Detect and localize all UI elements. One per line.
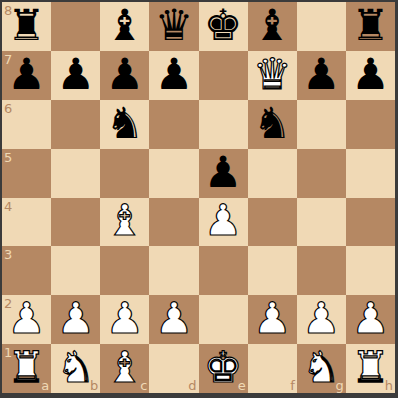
black-knight-icon[interactable]: ♞ bbox=[106, 102, 145, 145]
board-grid: 8♜♝♛♚♝♜7♟♟♟♟♛♟♟6♞♞5♟4♝♟32♟♟♟♟♟♟♟1a♜b♞c♝d… bbox=[2, 2, 395, 393]
square-d4[interactable] bbox=[149, 198, 198, 247]
square-d7[interactable]: ♟ bbox=[149, 51, 198, 100]
square-b8[interactable] bbox=[51, 2, 100, 51]
square-b4[interactable] bbox=[51, 198, 100, 247]
black-rook-icon[interactable]: ♜ bbox=[351, 4, 390, 47]
white-pawn-icon[interactable]: ♟ bbox=[56, 297, 95, 340]
black-king-icon[interactable]: ♚ bbox=[204, 4, 243, 47]
black-bishop-icon[interactable]: ♝ bbox=[253, 4, 292, 47]
square-e4[interactable]: ♟ bbox=[199, 198, 248, 247]
square-h6[interactable] bbox=[346, 100, 395, 149]
square-h8[interactable]: ♜ bbox=[346, 2, 395, 51]
square-g5[interactable] bbox=[297, 149, 346, 198]
white-pawn-icon[interactable]: ♟ bbox=[253, 297, 292, 340]
square-b3[interactable] bbox=[51, 246, 100, 295]
square-b6[interactable] bbox=[51, 100, 100, 149]
square-d5[interactable] bbox=[149, 149, 198, 198]
black-pawn-icon[interactable]: ♟ bbox=[155, 53, 194, 96]
square-e3[interactable] bbox=[199, 246, 248, 295]
black-pawn-icon[interactable]: ♟ bbox=[204, 151, 243, 194]
rank-label-2: 2 bbox=[4, 297, 12, 310]
white-pawn-icon[interactable]: ♟ bbox=[302, 297, 341, 340]
rank-label-3: 3 bbox=[4, 248, 12, 261]
black-queen-icon[interactable]: ♛ bbox=[155, 4, 194, 47]
square-b1[interactable]: b♞ bbox=[51, 344, 100, 393]
square-a5[interactable]: 5 bbox=[2, 149, 51, 198]
rank-label-1: 1 bbox=[4, 346, 12, 359]
square-c5[interactable] bbox=[100, 149, 149, 198]
black-pawn-icon[interactable]: ♟ bbox=[106, 53, 145, 96]
square-g1[interactable]: g♞ bbox=[297, 344, 346, 393]
square-h1[interactable]: h♜ bbox=[346, 344, 395, 393]
file-label-f: f bbox=[290, 379, 295, 392]
file-label-b: b bbox=[90, 379, 98, 392]
white-rook-icon[interactable]: ♜ bbox=[7, 346, 46, 389]
square-f1[interactable]: f bbox=[248, 344, 297, 393]
square-g2[interactable]: ♟ bbox=[297, 295, 346, 344]
black-pawn-icon[interactable]: ♟ bbox=[351, 53, 390, 96]
square-b2[interactable]: ♟ bbox=[51, 295, 100, 344]
chess-board: 8♜♝♛♚♝♜7♟♟♟♟♛♟♟6♞♞5♟4♝♟32♟♟♟♟♟♟♟1a♜b♞c♝d… bbox=[0, 0, 398, 398]
square-c2[interactable]: ♟ bbox=[100, 295, 149, 344]
file-label-h: h bbox=[385, 379, 393, 392]
square-g6[interactable] bbox=[297, 100, 346, 149]
square-e1[interactable]: e♚ bbox=[199, 344, 248, 393]
square-h7[interactable]: ♟ bbox=[346, 51, 395, 100]
square-a3[interactable]: 3 bbox=[2, 246, 51, 295]
square-f6[interactable]: ♞ bbox=[248, 100, 297, 149]
square-a4[interactable]: 4 bbox=[2, 198, 51, 247]
white-bishop-icon[interactable]: ♝ bbox=[106, 346, 145, 389]
square-a8[interactable]: 8♜ bbox=[2, 2, 51, 51]
white-pawn-icon[interactable]: ♟ bbox=[204, 199, 243, 242]
square-c8[interactable]: ♝ bbox=[100, 2, 149, 51]
file-label-e: e bbox=[238, 379, 246, 392]
square-d2[interactable]: ♟ bbox=[149, 295, 198, 344]
square-c6[interactable]: ♞ bbox=[100, 100, 149, 149]
white-king-icon[interactable]: ♚ bbox=[204, 346, 243, 389]
square-c3[interactable] bbox=[100, 246, 149, 295]
square-c4[interactable]: ♝ bbox=[100, 198, 149, 247]
square-a2[interactable]: 2♟ bbox=[2, 295, 51, 344]
square-e8[interactable]: ♚ bbox=[199, 2, 248, 51]
black-bishop-icon[interactable]: ♝ bbox=[106, 4, 145, 47]
white-pawn-icon[interactable]: ♟ bbox=[155, 297, 194, 340]
white-bishop-icon[interactable]: ♝ bbox=[106, 199, 145, 242]
square-g3[interactable] bbox=[297, 246, 346, 295]
square-f8[interactable]: ♝ bbox=[248, 2, 297, 51]
white-queen-icon[interactable]: ♛ bbox=[253, 53, 292, 96]
white-pawn-icon[interactable]: ♟ bbox=[106, 297, 145, 340]
square-d3[interactable] bbox=[149, 246, 198, 295]
square-a6[interactable]: 6 bbox=[2, 100, 51, 149]
square-e6[interactable] bbox=[199, 100, 248, 149]
square-a1[interactable]: 1a♜ bbox=[2, 344, 51, 393]
black-pawn-icon[interactable]: ♟ bbox=[7, 53, 46, 96]
square-d6[interactable] bbox=[149, 100, 198, 149]
square-f3[interactable] bbox=[248, 246, 297, 295]
square-g4[interactable] bbox=[297, 198, 346, 247]
square-d8[interactable]: ♛ bbox=[149, 2, 198, 51]
square-h3[interactable] bbox=[346, 246, 395, 295]
black-knight-icon[interactable]: ♞ bbox=[253, 102, 292, 145]
rank-label-5: 5 bbox=[4, 151, 12, 164]
square-a7[interactable]: 7♟ bbox=[2, 51, 51, 100]
rank-label-8: 8 bbox=[4, 4, 12, 17]
file-label-a: a bbox=[41, 379, 49, 392]
square-e2[interactable] bbox=[199, 295, 248, 344]
black-pawn-icon[interactable]: ♟ bbox=[302, 53, 341, 96]
white-pawn-icon[interactable]: ♟ bbox=[7, 297, 46, 340]
square-f5[interactable] bbox=[248, 149, 297, 198]
square-b7[interactable]: ♟ bbox=[51, 51, 100, 100]
square-g7[interactable]: ♟ bbox=[297, 51, 346, 100]
square-e5[interactable]: ♟ bbox=[199, 149, 248, 198]
rank-label-4: 4 bbox=[4, 200, 12, 213]
square-c7[interactable]: ♟ bbox=[100, 51, 149, 100]
square-e7[interactable] bbox=[199, 51, 248, 100]
rank-label-6: 6 bbox=[4, 102, 12, 115]
black-pawn-icon[interactable]: ♟ bbox=[56, 53, 95, 96]
file-label-c: c bbox=[140, 379, 147, 392]
square-h2[interactable]: ♟ bbox=[346, 295, 395, 344]
black-rook-icon[interactable]: ♜ bbox=[7, 4, 46, 47]
square-c1[interactable]: c♝ bbox=[100, 344, 149, 393]
square-h4[interactable] bbox=[346, 198, 395, 247]
square-f4[interactable] bbox=[248, 198, 297, 247]
rank-label-7: 7 bbox=[4, 53, 12, 66]
square-h5[interactable] bbox=[346, 149, 395, 198]
square-g8[interactable] bbox=[297, 2, 346, 51]
square-b5[interactable] bbox=[51, 149, 100, 198]
white-pawn-icon[interactable]: ♟ bbox=[351, 297, 390, 340]
file-label-g: g bbox=[336, 379, 344, 392]
file-label-d: d bbox=[188, 379, 196, 392]
square-d1[interactable]: d bbox=[149, 344, 198, 393]
square-f2[interactable]: ♟ bbox=[248, 295, 297, 344]
square-f7[interactable]: ♛ bbox=[248, 51, 297, 100]
